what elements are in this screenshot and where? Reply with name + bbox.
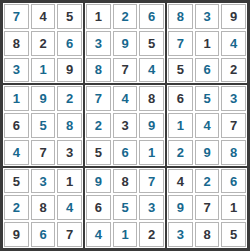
sudoku-cell-r5c4[interactable]: 2 xyxy=(86,113,111,138)
sudoku-cell-r4c2[interactable]: 9 xyxy=(31,86,56,111)
sudoku-cell-r9c9[interactable]: 5 xyxy=(221,222,246,247)
sudoku-cell-r4c4[interactable]: 7 xyxy=(86,86,111,111)
sudoku-cell-r2c3[interactable]: 6 xyxy=(57,31,82,56)
sudoku-cell-r7c3[interactable]: 1 xyxy=(57,169,82,194)
sudoku-cell-r4c1[interactable]: 1 xyxy=(4,86,29,111)
sudoku-cell-r6c9[interactable]: 8 xyxy=(221,140,246,165)
sudoku-cell-r8c1[interactable]: 2 xyxy=(4,195,29,220)
sudoku-cell-r3c5[interactable]: 7 xyxy=(113,58,138,83)
sudoku-box-5: 748239561 xyxy=(84,84,166,166)
sudoku-cell-r3c9[interactable]: 2 xyxy=(221,58,246,83)
sudoku-cell-r8c7[interactable]: 9 xyxy=(168,195,193,220)
sudoku-cell-r7c4[interactable]: 9 xyxy=(86,169,111,194)
sudoku-cell-r5c7[interactable]: 1 xyxy=(168,113,193,138)
sudoku-cell-r6c1[interactable]: 4 xyxy=(4,140,29,165)
sudoku-cell-r9c3[interactable]: 7 xyxy=(57,222,82,247)
sudoku-cell-r6c8[interactable]: 9 xyxy=(195,140,220,165)
sudoku-cell-r8c4[interactable]: 6 xyxy=(86,195,111,220)
sudoku-cell-r9c4[interactable]: 4 xyxy=(86,222,111,247)
sudoku-cell-r5c2[interactable]: 5 xyxy=(31,113,56,138)
sudoku-cell-r4c8[interactable]: 5 xyxy=(195,86,220,111)
sudoku-cell-r3c1[interactable]: 3 xyxy=(4,58,29,83)
sudoku-cell-r2c7[interactable]: 7 xyxy=(168,31,193,56)
sudoku-cell-r9c7[interactable]: 3 xyxy=(168,222,193,247)
sudoku-cell-r5c9[interactable]: 7 xyxy=(221,113,246,138)
sudoku-box-9: 426971385 xyxy=(166,167,248,249)
sudoku-cell-r6c2[interactable]: 7 xyxy=(31,140,56,165)
sudoku-cell-r6c7[interactable]: 2 xyxy=(168,140,193,165)
sudoku-cell-r5c3[interactable]: 8 xyxy=(57,113,82,138)
sudoku-cell-r9c6[interactable]: 2 xyxy=(139,222,164,247)
sudoku-cell-r6c6[interactable]: 1 xyxy=(139,140,164,165)
sudoku-cell-r1c6[interactable]: 6 xyxy=(139,4,164,29)
sudoku-box-8: 987653412 xyxy=(84,167,166,249)
sudoku-cell-r1c2[interactable]: 4 xyxy=(31,4,56,29)
sudoku-cell-r8c3[interactable]: 4 xyxy=(57,195,82,220)
sudoku-cell-r1c4[interactable]: 1 xyxy=(86,4,111,29)
sudoku-cell-r1c8[interactable]: 3 xyxy=(195,4,220,29)
sudoku-cell-r3c7[interactable]: 5 xyxy=(168,58,193,83)
sudoku-cell-r8c9[interactable]: 1 xyxy=(221,195,246,220)
sudoku-cell-r5c1[interactable]: 6 xyxy=(4,113,29,138)
sudoku-cell-r8c8[interactable]: 7 xyxy=(195,195,220,220)
sudoku-cell-r1c1[interactable]: 7 xyxy=(4,4,29,29)
sudoku-cell-r4c3[interactable]: 2 xyxy=(57,86,82,111)
sudoku-cell-r2c6[interactable]: 5 xyxy=(139,31,164,56)
sudoku-cell-r9c5[interactable]: 1 xyxy=(113,222,138,247)
sudoku-cell-r4c7[interactable]: 6 xyxy=(168,86,193,111)
sudoku-cell-r4c6[interactable]: 8 xyxy=(139,86,164,111)
sudoku-cell-r5c6[interactable]: 9 xyxy=(139,113,164,138)
sudoku-cell-r5c5[interactable]: 3 xyxy=(113,113,138,138)
sudoku-box-2: 126395874 xyxy=(84,2,166,84)
sudoku-cell-r7c6[interactable]: 7 xyxy=(139,169,164,194)
sudoku-cell-r2c8[interactable]: 1 xyxy=(195,31,220,56)
sudoku-cell-r9c2[interactable]: 6 xyxy=(31,222,56,247)
sudoku-cell-r9c8[interactable]: 8 xyxy=(195,222,220,247)
sudoku-cell-r2c4[interactable]: 3 xyxy=(86,31,111,56)
sudoku-cell-r1c9[interactable]: 9 xyxy=(221,4,246,29)
sudoku-box-6: 653147298 xyxy=(166,84,248,166)
sudoku-cell-r8c5[interactable]: 5 xyxy=(113,195,138,220)
sudoku-cell-r7c9[interactable]: 6 xyxy=(221,169,246,194)
sudoku-box-4: 192658473 xyxy=(2,84,84,166)
sudoku-cell-r4c5[interactable]: 4 xyxy=(113,86,138,111)
sudoku-cell-r6c5[interactable]: 6 xyxy=(113,140,138,165)
sudoku-cell-r4c9[interactable]: 3 xyxy=(221,86,246,111)
sudoku-cell-r2c1[interactable]: 8 xyxy=(4,31,29,56)
sudoku-box-3: 839714562 xyxy=(166,2,248,84)
sudoku-board: 7458263191263958748397145621926584737482… xyxy=(0,0,250,251)
sudoku-cell-r3c2[interactable]: 1 xyxy=(31,58,56,83)
sudoku-cell-r7c8[interactable]: 2 xyxy=(195,169,220,194)
sudoku-cell-r3c3[interactable]: 9 xyxy=(57,58,82,83)
sudoku-cell-r3c8[interactable]: 6 xyxy=(195,58,220,83)
sudoku-cell-r2c5[interactable]: 9 xyxy=(113,31,138,56)
sudoku-cell-r1c7[interactable]: 8 xyxy=(168,4,193,29)
sudoku-cell-r1c5[interactable]: 2 xyxy=(113,4,138,29)
sudoku-box-7: 531284967 xyxy=(2,167,84,249)
sudoku-cell-r3c6[interactable]: 4 xyxy=(139,58,164,83)
sudoku-cell-r6c4[interactable]: 5 xyxy=(86,140,111,165)
sudoku-cell-r5c8[interactable]: 4 xyxy=(195,113,220,138)
sudoku-cell-r7c2[interactable]: 3 xyxy=(31,169,56,194)
sudoku-cell-r8c6[interactable]: 3 xyxy=(139,195,164,220)
sudoku-box-1: 745826319 xyxy=(2,2,84,84)
sudoku-cell-r7c5[interactable]: 8 xyxy=(113,169,138,194)
sudoku-cell-r2c9[interactable]: 4 xyxy=(221,31,246,56)
sudoku-cell-r7c7[interactable]: 4 xyxy=(168,169,193,194)
sudoku-cell-r8c2[interactable]: 8 xyxy=(31,195,56,220)
sudoku-cell-r2c2[interactable]: 2 xyxy=(31,31,56,56)
sudoku-cell-r9c1[interactable]: 9 xyxy=(4,222,29,247)
sudoku-cell-r3c4[interactable]: 8 xyxy=(86,58,111,83)
sudoku-cell-r6c3[interactable]: 3 xyxy=(57,140,82,165)
sudoku-cell-r1c3[interactable]: 5 xyxy=(57,4,82,29)
sudoku-cell-r7c1[interactable]: 5 xyxy=(4,169,29,194)
